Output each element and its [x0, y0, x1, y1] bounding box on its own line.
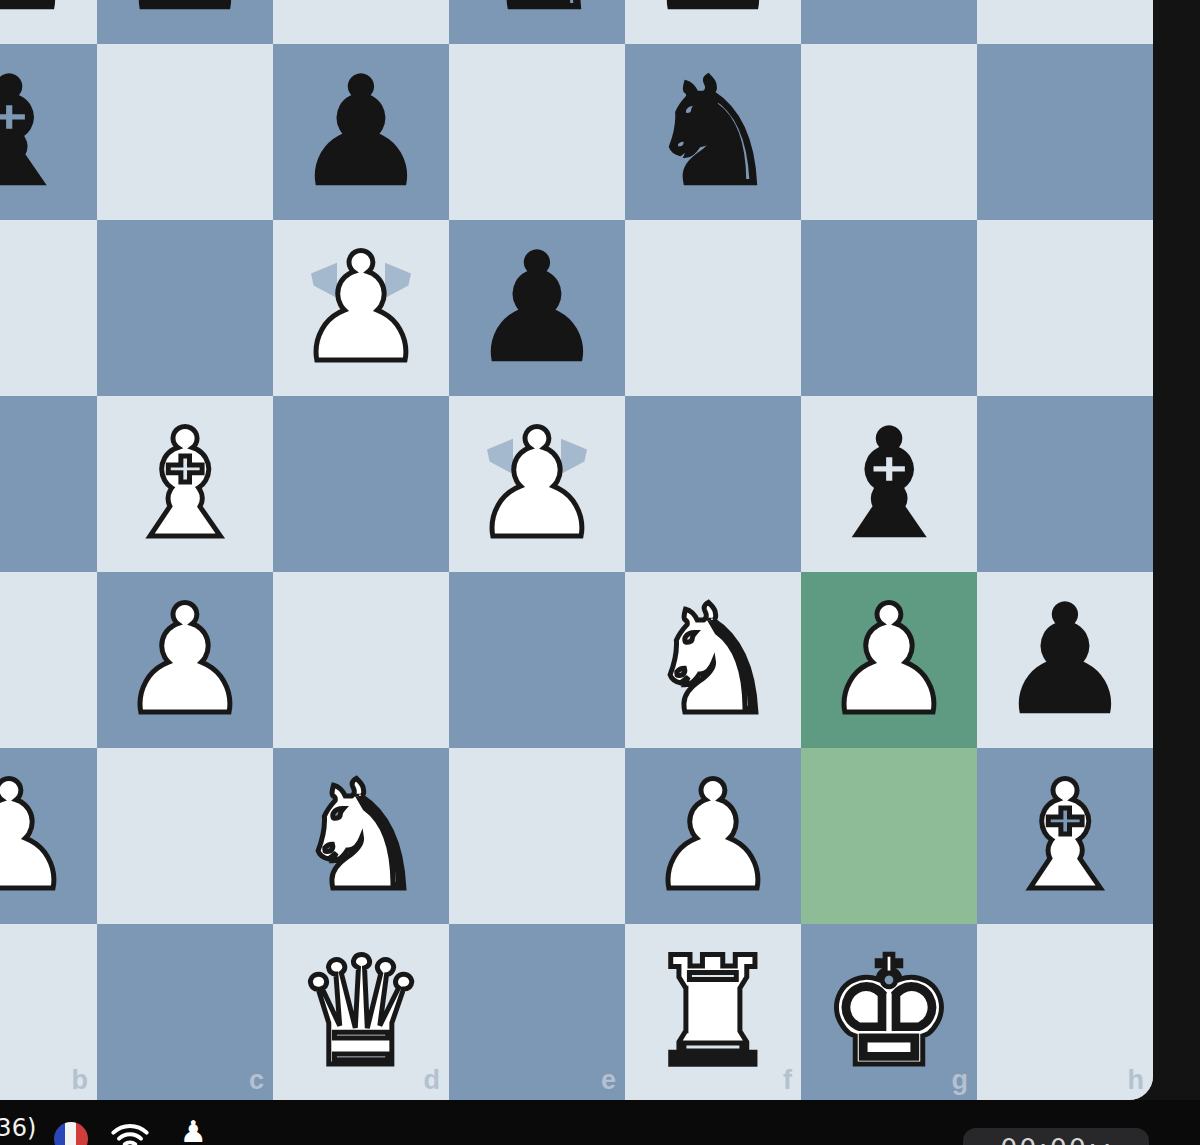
square-e7[interactable]: ♞ — [449, 0, 625, 44]
white-pawn-b2[interactable]: ♟ — [0, 748, 97, 924]
square-c7[interactable]: ♟ — [97, 0, 273, 44]
square-b2[interactable]: ♟ — [0, 748, 97, 924]
white-rook-f1[interactable]: ♜ — [625, 924, 801, 1100]
square-h1[interactable]: h — [977, 924, 1153, 1100]
black-pawn-h3[interactable]: ♟ — [977, 572, 1153, 748]
square-f2[interactable]: ♟ — [625, 748, 801, 924]
white-pawn-e4[interactable]: ♟ — [449, 396, 625, 572]
white-queen-d1[interactable]: ♛ — [273, 924, 449, 1100]
black-pawn-c7[interactable]: ♟ — [97, 0, 273, 44]
black-bishop-g4[interactable]: ♝ — [801, 396, 977, 572]
black-pawn-e5[interactable]: ♟ — [449, 220, 625, 396]
white-bishop-c4[interactable]: ♝ — [97, 396, 273, 572]
white-pawn-c3[interactable]: ♟ — [97, 572, 273, 748]
menu-chess-piece-icon[interactable]: ♟ — [180, 1117, 207, 1145]
white-knight-d2[interactable]: ♞ — [273, 748, 449, 924]
chess-board-viewport: ♟♟♞♟♝♟♞♟♟♝♟♝♟♞♟♟♟♞♟♝bc♛de♜f♚gh — [0, 0, 1153, 1100]
square-h6[interactable] — [977, 44, 1153, 220]
black-pawn-d6[interactable]: ♟ — [273, 44, 449, 220]
square-b3[interactable] — [0, 572, 97, 748]
white-pawn-f2[interactable]: ♟ — [625, 748, 801, 924]
white-knight-f3[interactable]: ♞ — [625, 572, 801, 748]
square-f6[interactable]: ♞ — [625, 44, 801, 220]
square-c6[interactable] — [97, 44, 273, 220]
square-f1[interactable]: ♜f — [625, 924, 801, 1100]
file-label-b: b — [72, 1065, 89, 1096]
square-h7[interactable] — [977, 0, 1153, 44]
square-g2[interactable] — [801, 748, 977, 924]
black-pawn-b7[interactable]: ♟ — [0, 0, 97, 44]
black-pawn-f7[interactable]: ♟ — [625, 0, 801, 44]
square-h2[interactable]: ♝ — [977, 748, 1153, 924]
square-d5[interactable]: ♟ — [273, 220, 449, 396]
square-g3[interactable]: ♟ — [801, 572, 977, 748]
square-e4[interactable]: ♟ — [449, 396, 625, 572]
file-label-c: c — [249, 1065, 264, 1096]
french-flag-icon[interactable] — [54, 1122, 88, 1145]
white-king-g1[interactable]: ♚ — [801, 924, 977, 1100]
square-f5[interactable] — [625, 220, 801, 396]
square-b7[interactable]: ♟ — [0, 0, 97, 44]
chess-board[interactable]: ♟♟♞♟♝♟♞♟♟♝♟♝♟♞♟♟♟♞♟♝bc♛de♜f♚gh — [0, 0, 1153, 1100]
square-e5[interactable]: ♟ — [449, 220, 625, 396]
square-c3[interactable]: ♟ — [97, 572, 273, 748]
square-d6[interactable]: ♟ — [273, 44, 449, 220]
white-bishop-h2[interactable]: ♝ — [977, 748, 1153, 924]
notification-count: (36) — [0, 1114, 36, 1142]
square-d7[interactable] — [273, 0, 449, 44]
square-e1[interactable]: e — [449, 924, 625, 1100]
square-h4[interactable] — [977, 396, 1153, 572]
wifi-icon[interactable] — [110, 1121, 150, 1145]
square-g5[interactable] — [801, 220, 977, 396]
square-f3[interactable]: ♞ — [625, 572, 801, 748]
square-f7[interactable]: ♟ — [625, 0, 801, 44]
square-c1[interactable]: c — [97, 924, 273, 1100]
recording-timer-text: 00:00: — [1000, 1133, 1099, 1145]
recording-timer-pill[interactable]: 00:00:4 — [963, 1128, 1149, 1145]
recording-timer-tenths: 4 — [1099, 1139, 1112, 1145]
black-bishop-b6[interactable]: ♝ — [0, 44, 97, 220]
black-knight-e7[interactable]: ♞ — [449, 0, 625, 44]
square-g1[interactable]: ♚g — [801, 924, 977, 1100]
square-d2[interactable]: ♞ — [273, 748, 449, 924]
square-e3[interactable] — [449, 572, 625, 748]
square-c2[interactable] — [97, 748, 273, 924]
square-g7[interactable] — [801, 0, 977, 44]
file-label-h: h — [1128, 1065, 1145, 1096]
square-d3[interactable] — [273, 572, 449, 748]
square-c4[interactable]: ♝ — [97, 396, 273, 572]
square-b4[interactable] — [0, 396, 97, 572]
square-d1[interactable]: ♛d — [273, 924, 449, 1100]
black-knight-f6[interactable]: ♞ — [625, 44, 801, 220]
white-pawn-d5[interactable]: ♟ — [273, 220, 449, 396]
square-b6[interactable]: ♝ — [0, 44, 97, 220]
square-h3[interactable]: ♟ — [977, 572, 1153, 748]
square-f4[interactable] — [625, 396, 801, 572]
square-d4[interactable] — [273, 396, 449, 572]
square-h5[interactable] — [977, 220, 1153, 396]
square-g6[interactable] — [801, 44, 977, 220]
square-e6[interactable] — [449, 44, 625, 220]
file-label-e: e — [601, 1065, 616, 1096]
square-c5[interactable] — [97, 220, 273, 396]
status-bar: (36) ♟ 00:00:4 — [0, 1100, 1200, 1145]
white-pawn-g3[interactable]: ♟ — [801, 572, 977, 748]
square-e2[interactable] — [449, 748, 625, 924]
square-b5[interactable] — [0, 220, 97, 396]
screen: { "game": "chess", "position": { "fen": … — [0, 0, 1200, 1145]
square-g4[interactable]: ♝ — [801, 396, 977, 572]
square-b1[interactable]: b — [0, 924, 97, 1100]
